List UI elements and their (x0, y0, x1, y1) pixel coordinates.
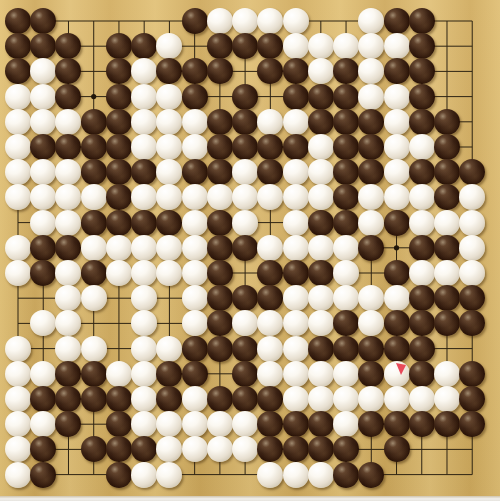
white-stone (182, 235, 208, 261)
white-stone (30, 361, 56, 387)
white-stone (81, 336, 107, 362)
black-stone (55, 33, 81, 59)
black-stone (409, 285, 435, 311)
black-stone (106, 436, 132, 462)
white-stone (182, 260, 208, 286)
black-stone (308, 436, 334, 462)
white-stone (30, 159, 56, 185)
black-stone (30, 436, 56, 462)
black-stone (207, 109, 233, 135)
black-stone (409, 361, 435, 387)
white-stone (55, 310, 81, 336)
black-stone (232, 109, 258, 135)
black-stone (232, 361, 258, 387)
white-stone (156, 235, 182, 261)
black-stone (358, 159, 384, 185)
black-stone (232, 134, 258, 160)
white-stone (5, 109, 31, 135)
black-stone (81, 436, 107, 462)
black-stone (131, 436, 157, 462)
black-stone (283, 84, 309, 110)
white-stone (283, 285, 309, 311)
white-stone (283, 235, 309, 261)
white-stone (55, 260, 81, 286)
black-stone (333, 159, 359, 185)
white-stone (182, 310, 208, 336)
white-stone (232, 210, 258, 236)
black-stone (409, 109, 435, 135)
white-stone (232, 310, 258, 336)
white-stone (257, 462, 283, 488)
black-stone (459, 411, 485, 437)
black-stone (333, 58, 359, 84)
black-stone (30, 134, 56, 160)
white-stone (182, 285, 208, 311)
black-stone (156, 58, 182, 84)
white-stone (131, 260, 157, 286)
white-stone (283, 33, 309, 59)
white-stone (131, 235, 157, 261)
white-stone (156, 109, 182, 135)
white-stone (257, 8, 283, 34)
black-stone (182, 336, 208, 362)
white-stone (207, 411, 233, 437)
white-stone (156, 436, 182, 462)
white-stone (257, 235, 283, 261)
white-stone (131, 109, 157, 135)
black-stone (308, 84, 334, 110)
white-stone (333, 235, 359, 261)
white-stone (30, 411, 56, 437)
white-stone (131, 386, 157, 412)
black-stone (333, 134, 359, 160)
black-stone (308, 210, 334, 236)
black-stone (333, 336, 359, 362)
black-stone (459, 386, 485, 412)
black-stone (55, 361, 81, 387)
black-stone (257, 134, 283, 160)
black-stone (384, 436, 410, 462)
white-stone (384, 386, 410, 412)
white-stone (5, 184, 31, 210)
white-stone (283, 184, 309, 210)
black-stone (5, 8, 31, 34)
white-stone (156, 159, 182, 185)
black-stone (30, 462, 56, 488)
white-stone (131, 310, 157, 336)
black-stone (182, 84, 208, 110)
black-stone (232, 235, 258, 261)
white-stone (384, 285, 410, 311)
black-stone (207, 386, 233, 412)
black-stone (257, 285, 283, 311)
white-stone (156, 84, 182, 110)
black-stone (434, 184, 460, 210)
black-stone (257, 58, 283, 84)
black-stone (409, 411, 435, 437)
white-stone (5, 235, 31, 261)
white-stone (257, 336, 283, 362)
white-stone (283, 310, 309, 336)
white-stone (5, 84, 31, 110)
white-stone (232, 184, 258, 210)
white-stone (308, 184, 334, 210)
black-stone (106, 33, 132, 59)
white-stone (131, 84, 157, 110)
black-stone (283, 436, 309, 462)
white-stone (308, 33, 334, 59)
black-stone (131, 210, 157, 236)
white-stone (232, 8, 258, 34)
white-stone (5, 336, 31, 362)
black-stone (283, 260, 309, 286)
black-stone (156, 386, 182, 412)
black-stone (333, 210, 359, 236)
black-stone (106, 58, 132, 84)
black-stone (106, 411, 132, 437)
black-stone (257, 260, 283, 286)
black-stone (434, 411, 460, 437)
white-stone (333, 411, 359, 437)
white-stone (459, 260, 485, 286)
black-stone (207, 134, 233, 160)
black-stone (232, 33, 258, 59)
white-stone (207, 8, 233, 34)
black-stone (81, 109, 107, 135)
white-stone (55, 285, 81, 311)
white-stone (156, 134, 182, 160)
white-stone (81, 285, 107, 311)
white-stone (358, 386, 384, 412)
white-stone (333, 386, 359, 412)
white-stone (81, 235, 107, 261)
black-stone (358, 462, 384, 488)
white-stone (384, 159, 410, 185)
black-stone (459, 361, 485, 387)
black-stone (207, 285, 233, 311)
white-stone (308, 235, 334, 261)
white-stone (257, 310, 283, 336)
white-stone (308, 159, 334, 185)
white-stone (156, 33, 182, 59)
black-stone (434, 310, 460, 336)
black-stone (434, 235, 460, 261)
white-stone (5, 462, 31, 488)
white-stone (131, 361, 157, 387)
white-stone (156, 411, 182, 437)
black-stone (459, 285, 485, 311)
white-stone (5, 436, 31, 462)
white-stone (434, 210, 460, 236)
black-stone (384, 310, 410, 336)
black-stone (30, 260, 56, 286)
white-stone (156, 260, 182, 286)
black-stone (232, 386, 258, 412)
white-stone (232, 436, 258, 462)
black-stone (358, 134, 384, 160)
white-stone (156, 462, 182, 488)
white-stone (308, 58, 334, 84)
black-stone (333, 184, 359, 210)
white-stone (308, 134, 334, 160)
white-stone (409, 210, 435, 236)
white-stone (308, 462, 334, 488)
black-stone (384, 8, 410, 34)
black-stone (232, 336, 258, 362)
black-stone (55, 58, 81, 84)
black-stone (106, 84, 132, 110)
black-stone (409, 58, 435, 84)
white-stone (283, 361, 309, 387)
black-stone (232, 84, 258, 110)
white-stone (283, 462, 309, 488)
white-stone (232, 411, 258, 437)
white-stone (283, 8, 309, 34)
white-stone (308, 285, 334, 311)
white-stone (308, 310, 334, 336)
white-stone (5, 134, 31, 160)
white-stone (358, 84, 384, 110)
white-stone (131, 336, 157, 362)
black-stone (384, 411, 410, 437)
black-stone (106, 386, 132, 412)
white-stone (131, 184, 157, 210)
white-stone (283, 210, 309, 236)
white-stone (30, 210, 56, 236)
white-stone (434, 260, 460, 286)
black-stone (384, 336, 410, 362)
go-board[interactable] (0, 0, 500, 501)
white-stone (283, 336, 309, 362)
black-stone (409, 33, 435, 59)
white-stone (384, 33, 410, 59)
white-stone (257, 109, 283, 135)
black-stone (131, 33, 157, 59)
white-stone (30, 184, 56, 210)
black-stone (106, 134, 132, 160)
white-stone (283, 386, 309, 412)
black-stone (131, 159, 157, 185)
black-stone (5, 58, 31, 84)
black-stone (207, 159, 233, 185)
white-stone (156, 336, 182, 362)
white-stone (308, 361, 334, 387)
black-stone (358, 336, 384, 362)
black-stone (333, 436, 359, 462)
black-stone (434, 159, 460, 185)
black-stone (434, 134, 460, 160)
black-stone (81, 134, 107, 160)
white-stone (5, 361, 31, 387)
white-stone (182, 411, 208, 437)
white-stone (257, 361, 283, 387)
black-stone (81, 260, 107, 286)
white-stone (131, 462, 157, 488)
white-stone (106, 361, 132, 387)
black-stone (308, 411, 334, 437)
white-stone (55, 210, 81, 236)
white-stone (358, 285, 384, 311)
black-stone (55, 134, 81, 160)
white-stone (55, 109, 81, 135)
white-stone (30, 109, 56, 135)
black-stone (156, 361, 182, 387)
white-stone (131, 411, 157, 437)
black-stone (30, 235, 56, 261)
white-stone (182, 386, 208, 412)
white-stone (358, 184, 384, 210)
white-stone (5, 386, 31, 412)
last-move-marker-icon (384, 361, 410, 387)
white-stone (81, 184, 107, 210)
black-stone (358, 109, 384, 135)
black-stone (333, 109, 359, 135)
black-stone (81, 361, 107, 387)
white-stone (30, 310, 56, 336)
white-stone (384, 184, 410, 210)
white-stone (459, 210, 485, 236)
white-stone (459, 235, 485, 261)
black-stone (257, 436, 283, 462)
black-stone (257, 386, 283, 412)
black-stone (459, 310, 485, 336)
black-stone (409, 84, 435, 110)
black-stone (384, 260, 410, 286)
white-stone (30, 84, 56, 110)
black-stone (182, 58, 208, 84)
white-stone (182, 184, 208, 210)
black-stone (257, 33, 283, 59)
white-stone (333, 33, 359, 59)
black-stone (358, 361, 384, 387)
black-stone (333, 310, 359, 336)
white-stone (55, 184, 81, 210)
black-stone (81, 159, 107, 185)
white-stone (333, 361, 359, 387)
black-stone (207, 310, 233, 336)
black-stone (207, 33, 233, 59)
black-stone (106, 210, 132, 236)
black-stone (409, 235, 435, 261)
white-stone (358, 8, 384, 34)
black-stone (409, 159, 435, 185)
white-stone (384, 134, 410, 160)
black-stone (30, 386, 56, 412)
white-stone (5, 411, 31, 437)
white-stone (182, 436, 208, 462)
white-stone (333, 260, 359, 286)
white-stone (283, 109, 309, 135)
white-stone (182, 109, 208, 135)
black-stone (106, 184, 132, 210)
white-stone (156, 184, 182, 210)
black-stone (156, 210, 182, 236)
black-stone (283, 58, 309, 84)
black-stone (308, 336, 334, 362)
black-stone (308, 109, 334, 135)
white-stone (358, 210, 384, 236)
black-stone (409, 8, 435, 34)
black-stone (55, 411, 81, 437)
black-stone (308, 260, 334, 286)
white-stone (207, 184, 233, 210)
white-stone (358, 33, 384, 59)
black-stone (207, 235, 233, 261)
black-stone (106, 462, 132, 488)
black-stone (81, 386, 107, 412)
white-stone (182, 210, 208, 236)
white-stone (434, 361, 460, 387)
white-stone (131, 58, 157, 84)
black-stone (358, 411, 384, 437)
white-stone (384, 84, 410, 110)
black-stone (232, 285, 258, 311)
white-stone (182, 134, 208, 160)
white-stone (409, 134, 435, 160)
stones-layer (0, 0, 500, 501)
white-stone (333, 285, 359, 311)
white-stone (409, 184, 435, 210)
white-stone (106, 235, 132, 261)
black-stone (5, 33, 31, 59)
black-stone (434, 109, 460, 135)
white-stone (5, 159, 31, 185)
black-stone (55, 235, 81, 261)
black-stone (207, 336, 233, 362)
black-stone (434, 285, 460, 311)
white-stone (384, 361, 410, 387)
white-stone (384, 109, 410, 135)
black-stone (358, 235, 384, 261)
white-stone (131, 285, 157, 311)
black-stone (257, 159, 283, 185)
black-stone (283, 411, 309, 437)
black-stone (257, 411, 283, 437)
black-stone (30, 33, 56, 59)
black-stone (55, 84, 81, 110)
white-stone (434, 386, 460, 412)
white-stone (131, 134, 157, 160)
black-stone (409, 336, 435, 362)
black-stone (333, 462, 359, 488)
white-stone (283, 159, 309, 185)
white-stone (30, 58, 56, 84)
white-stone (5, 260, 31, 286)
white-stone (308, 386, 334, 412)
white-stone (55, 336, 81, 362)
white-stone (106, 260, 132, 286)
white-stone (232, 159, 258, 185)
black-stone (207, 58, 233, 84)
white-stone (459, 184, 485, 210)
black-stone (207, 260, 233, 286)
black-stone (55, 386, 81, 412)
black-stone (81, 210, 107, 236)
black-stone (409, 310, 435, 336)
board-bottom-edge (0, 496, 500, 501)
white-stone (207, 436, 233, 462)
black-stone (182, 8, 208, 34)
white-stone (55, 159, 81, 185)
white-stone (358, 58, 384, 84)
black-stone (106, 159, 132, 185)
black-stone (333, 84, 359, 110)
black-stone (283, 134, 309, 160)
black-stone (182, 159, 208, 185)
black-stone (459, 159, 485, 185)
black-stone (384, 58, 410, 84)
white-stone (409, 386, 435, 412)
